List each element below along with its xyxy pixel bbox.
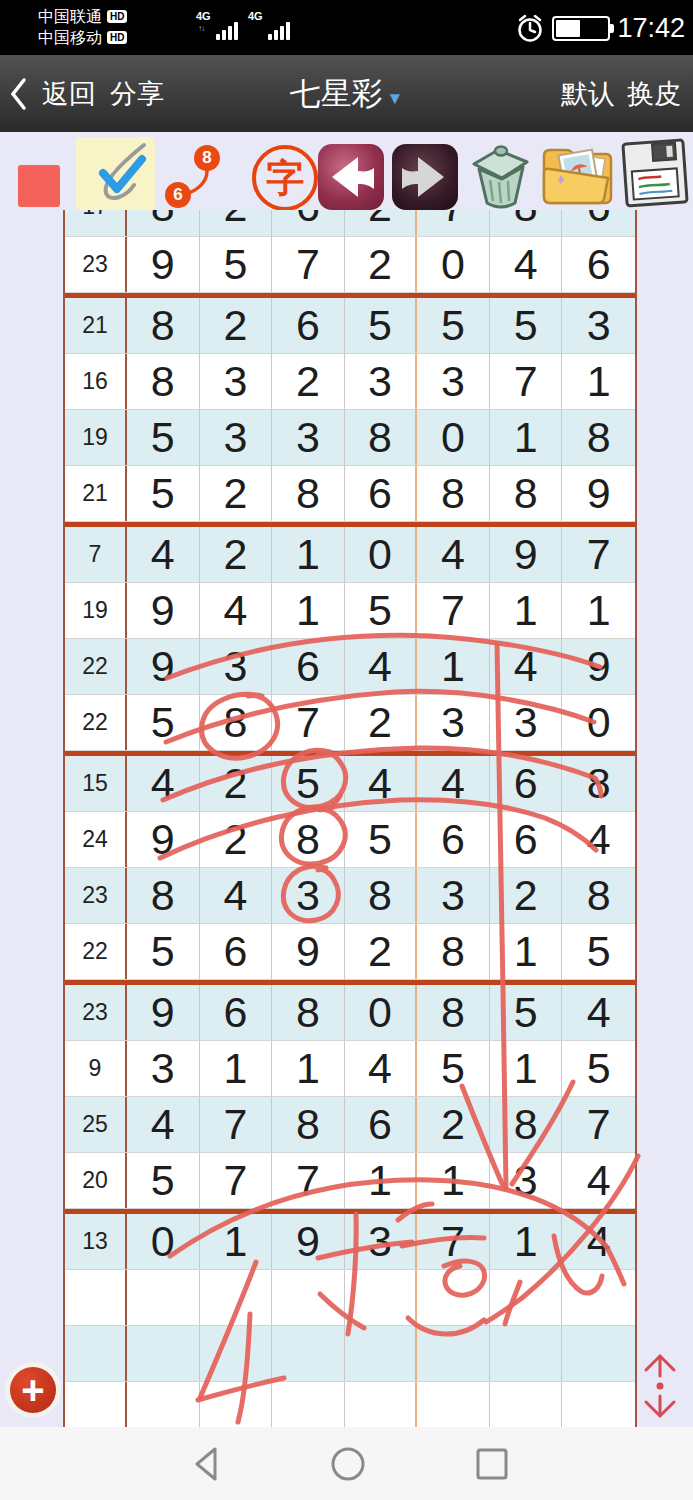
app-screen: 中国联通HD 中国移动HD 4G ↑↓ 4G 17:42 返回 xyxy=(0,0,693,1500)
digit-cell: 0 xyxy=(417,237,490,292)
trash-button[interactable] xyxy=(464,138,536,214)
nav-bar: 返回 分享 七星彩 ▼ 默认 换皮 xyxy=(0,55,693,132)
digit-cell: 4 xyxy=(562,1153,635,1208)
trend-row: 199415711 xyxy=(65,583,635,639)
data-arrows-icon: ↑↓ xyxy=(198,24,204,33)
digit-cell: 0 xyxy=(345,527,418,582)
digit-cell: 0 xyxy=(562,695,635,750)
digit-cell xyxy=(272,1326,345,1381)
digit-cell: 3 xyxy=(417,695,490,750)
arrow-left-icon xyxy=(318,144,384,210)
digit-cell: 5 xyxy=(272,756,345,811)
digit-cell: 1 xyxy=(272,583,345,638)
row-sum-cell: 23 xyxy=(65,868,127,923)
status-bar: 中国联通HD 中国移动HD 4G ↑↓ 4G 17:42 xyxy=(0,0,693,55)
row-sum-cell: 25 xyxy=(65,1097,127,1152)
digit-cell: 7 xyxy=(562,527,635,582)
digit-cell: 8 xyxy=(272,1097,345,1152)
digit-cell: 9 xyxy=(272,924,345,979)
digit-cell: 6 xyxy=(417,812,490,867)
trend-row: 238438328 xyxy=(65,868,635,924)
digit-cell: 5 xyxy=(562,924,635,979)
digit-cell: 7 xyxy=(272,1153,345,1208)
digit-cell: 9 xyxy=(127,985,200,1040)
digit-cell: 1 xyxy=(272,527,345,582)
digit-cell: 5 xyxy=(127,410,200,465)
digit-cell: 5 xyxy=(345,812,418,867)
skin-default-button[interactable]: 默认 xyxy=(561,76,615,112)
digit-cell: 5 xyxy=(127,466,200,521)
digit-cell: 8 xyxy=(127,298,200,353)
digit-cell: 2 xyxy=(200,756,273,811)
digit-cell: 2 xyxy=(200,210,273,236)
digit-cell: 9 xyxy=(562,466,635,521)
digit-cell: 8 xyxy=(272,466,345,521)
digit-cell: 0 xyxy=(345,985,418,1040)
digit-cell: 6 xyxy=(200,985,273,1040)
digit-cell: 8 xyxy=(490,210,563,236)
digit-cell xyxy=(272,1270,345,1325)
trend-row: 254786287 xyxy=(65,1097,635,1153)
digit-cell: 2 xyxy=(200,298,273,353)
digit-cell: 3 xyxy=(345,1214,418,1269)
digit-cell xyxy=(272,1382,345,1427)
row-sum-cell: 19 xyxy=(65,410,127,465)
battery-icon xyxy=(552,16,610,41)
badge-6: 6 xyxy=(165,182,191,208)
text-tool-glyph: 字 xyxy=(266,153,304,204)
digit-cell: 4 xyxy=(417,527,490,582)
digit-cell: 9 xyxy=(127,639,200,694)
arrow-right-icon xyxy=(392,144,458,210)
digit-cell: 8 xyxy=(345,410,418,465)
digit-cell: 5 xyxy=(345,298,418,353)
row-sum-cell: 23 xyxy=(65,985,127,1040)
row-sum-cell: 7 xyxy=(65,527,127,582)
digit-cell: 7 xyxy=(562,1097,635,1152)
digit-cell: 8 xyxy=(127,868,200,923)
trend-row: 239680854 xyxy=(65,985,635,1041)
digit-cell xyxy=(345,1270,418,1325)
android-recents-button[interactable] xyxy=(470,1442,514,1486)
digit-cell: 2 xyxy=(417,1097,490,1152)
alarm-clock-icon xyxy=(515,12,545,44)
badge-8: 8 xyxy=(194,145,220,171)
redo-button[interactable] xyxy=(392,144,458,210)
digit-cell: 9 xyxy=(127,812,200,867)
android-home-button[interactable] xyxy=(326,1442,370,1486)
digit-cell: 5 xyxy=(127,1153,200,1208)
digit-cell: 7 xyxy=(272,695,345,750)
digit-cell xyxy=(200,1326,273,1381)
digit-cell: 9 xyxy=(490,527,563,582)
row-sum-cell: 15 xyxy=(65,756,127,811)
trend-row: 229364149 xyxy=(65,639,635,695)
digit-cell: 1 xyxy=(417,639,490,694)
digit-cell: 5 xyxy=(345,583,418,638)
digit-cell: 4 xyxy=(127,527,200,582)
digit-cell xyxy=(490,1382,563,1427)
digit-cell: 2 xyxy=(490,868,563,923)
digit-cell: 7 xyxy=(200,1153,273,1208)
row-sum-cell: 22 xyxy=(65,924,127,979)
digit-cell: 6 xyxy=(562,210,635,236)
digit-cell: 5 xyxy=(127,695,200,750)
digit-cell: 1 xyxy=(562,354,635,409)
digit-cell: 5 xyxy=(200,237,273,292)
digit-cell: 4 xyxy=(345,639,418,694)
digit-cell: 4 xyxy=(417,756,490,811)
digit-cell xyxy=(345,1382,418,1427)
drawing-toolbar: 8 6 字 xyxy=(0,132,693,210)
row-sum-cell: 9 xyxy=(65,1041,127,1096)
digit-cell: 8 xyxy=(272,812,345,867)
clock-time: 17:42 xyxy=(617,13,685,44)
chevron-down-icon: ▼ xyxy=(387,89,404,109)
digit-cell: 4 xyxy=(490,237,563,292)
digit-cell: 1 xyxy=(490,410,563,465)
digit-cell: 6 xyxy=(345,466,418,521)
digit-cell: 4 xyxy=(562,1214,635,1269)
digit-cell: 7 xyxy=(200,1097,273,1152)
floppy-disk-icon xyxy=(616,137,692,210)
pen-check-tool-active[interactable] xyxy=(76,137,155,210)
digit-cell: 4 xyxy=(490,639,563,694)
digit-cell: 5 xyxy=(417,298,490,353)
digit-cell: 9 xyxy=(127,583,200,638)
digit-cell: 2 xyxy=(200,527,273,582)
digit-cell: 1 xyxy=(417,1153,490,1208)
row-sum-cell xyxy=(65,1382,127,1427)
page-title: 七星彩 xyxy=(290,73,383,115)
digit-cell: 5 xyxy=(490,985,563,1040)
digit-cell: 3 xyxy=(200,354,273,409)
digit-cell: 3 xyxy=(272,410,345,465)
hd-badge-icon: HD xyxy=(107,10,127,23)
digit-cell: 9 xyxy=(272,1214,345,1269)
digit-cell: 7 xyxy=(272,237,345,292)
digit-cell: 8 xyxy=(490,466,563,521)
carrier-info: 中国联通HD 中国移动HD xyxy=(38,6,127,48)
digit-cell xyxy=(127,1382,200,1427)
gallery-button[interactable] xyxy=(538,140,614,212)
android-back-button[interactable] xyxy=(186,1442,230,1486)
row-sum-cell: 21 xyxy=(65,298,127,353)
trend-row: 225692815 xyxy=(65,924,635,980)
digit-cell: 5 xyxy=(417,1041,490,1096)
photo-folder-icon xyxy=(538,140,614,208)
digit-cell: 3 xyxy=(490,695,563,750)
trend-row: 249285664 xyxy=(65,812,635,868)
trend-row: 93114515 xyxy=(65,1041,635,1097)
digit-cell: 3 xyxy=(200,639,273,694)
row-sum-cell: 19 xyxy=(65,583,127,638)
trend-row: 205771134 xyxy=(65,1153,635,1209)
digit-cell: 7 xyxy=(417,583,490,638)
digit-cell: 7 xyxy=(490,354,563,409)
row-sum-cell: 23 xyxy=(65,237,127,292)
text-tool-button[interactable]: 字 xyxy=(252,145,318,211)
digit-cell: 8 xyxy=(200,695,273,750)
digit-cell: 8 xyxy=(562,868,635,923)
row-sum-cell: 13 xyxy=(65,1214,127,1269)
row-sum-cell xyxy=(65,1270,127,1325)
digit-cell xyxy=(127,1270,200,1325)
digit-cell: 1 xyxy=(200,1214,273,1269)
digit-cell: 2 xyxy=(272,354,345,409)
digit-cell: 9 xyxy=(127,237,200,292)
line-tool-button[interactable]: 8 6 xyxy=(156,132,228,210)
trend-row xyxy=(65,1382,635,1427)
digit-cell: 4 xyxy=(562,985,635,1040)
digit-cell: 0 xyxy=(417,410,490,465)
digit-cell: 1 xyxy=(490,1041,563,1096)
digit-cell: 2 xyxy=(345,695,418,750)
trend-row: 239572046 xyxy=(65,237,635,293)
digit-cell: 6 xyxy=(490,756,563,811)
digit-cell: 7 xyxy=(417,210,490,236)
digit-cell: 2 xyxy=(345,210,418,236)
digit-cell: 1 xyxy=(200,1041,273,1096)
save-button[interactable] xyxy=(616,137,692,214)
digit-cell: 1 xyxy=(562,583,635,638)
digit-cell: 8 xyxy=(127,354,200,409)
digit-cell: 3 xyxy=(345,354,418,409)
trend-row: 74210497 xyxy=(65,527,635,583)
digit-cell xyxy=(562,1326,635,1381)
digit-cell xyxy=(562,1270,635,1325)
row-sum-cell: 24 xyxy=(65,812,127,867)
digit-cell: 6 xyxy=(272,298,345,353)
digit-cell: 2 xyxy=(200,812,273,867)
carrier-1: 中国联通 xyxy=(38,6,102,27)
row-sum-cell: 17 xyxy=(65,210,127,236)
digit-cell xyxy=(200,1382,273,1427)
trash-icon xyxy=(464,138,536,210)
trend-row xyxy=(65,1270,635,1326)
digit-cell: 6 xyxy=(562,237,635,292)
color-swatch-button[interactable] xyxy=(18,165,60,207)
scroll-arrows-icon xyxy=(640,1350,680,1424)
row-sum-cell: 22 xyxy=(65,695,127,750)
digit-cell: 8 xyxy=(127,210,200,236)
digit-cell: 3 xyxy=(417,868,490,923)
digit-cell xyxy=(490,1326,563,1381)
digit-cell: 3 xyxy=(417,354,490,409)
trend-row: 178262786 xyxy=(65,210,635,237)
digit-cell: 1 xyxy=(490,1214,563,1269)
trend-row: 218265553 xyxy=(65,298,635,354)
digit-cell: 6 xyxy=(200,924,273,979)
digit-cell: 6 xyxy=(272,210,345,236)
digit-cell xyxy=(417,1270,490,1325)
digit-cell xyxy=(127,1326,200,1381)
row-sum-cell: 20 xyxy=(65,1153,127,1208)
digit-cell: 3 xyxy=(562,298,635,353)
digit-cell: 3 xyxy=(490,1153,563,1208)
digit-cell: 2 xyxy=(345,237,418,292)
digit-cell: 5 xyxy=(127,924,200,979)
row-sum-cell xyxy=(65,1326,127,1381)
skin-change-button[interactable]: 换皮 xyxy=(627,76,681,112)
digit-cell: 8 xyxy=(417,924,490,979)
digit-cell: 2 xyxy=(200,466,273,521)
trend-row: 130193714 xyxy=(65,1214,635,1270)
digit-cell: 5 xyxy=(490,298,563,353)
digit-cell: 4 xyxy=(562,812,635,867)
trend-row: 225872330 xyxy=(65,695,635,751)
row-sum-cell: 21 xyxy=(65,466,127,521)
digit-cell: 1 xyxy=(490,583,563,638)
signal-icon: 4G xyxy=(248,10,292,42)
digit-cell: 1 xyxy=(490,924,563,979)
row-sum-cell: 22 xyxy=(65,639,127,694)
digit-cell: 4 xyxy=(127,756,200,811)
hd-badge-icon: HD xyxy=(107,31,127,44)
digit-cell: 7 xyxy=(417,1214,490,1269)
trend-row: 195338018 xyxy=(65,410,635,466)
digit-cell: 4 xyxy=(345,756,418,811)
trend-row: 168323371 xyxy=(65,354,635,410)
digit-cell: 8 xyxy=(272,985,345,1040)
digit-cell: 0 xyxy=(127,1214,200,1269)
digit-cell: 5 xyxy=(562,1041,635,1096)
digit-cell: 8 xyxy=(417,985,490,1040)
trend-row: 154254468 xyxy=(65,756,635,812)
digit-cell: 2 xyxy=(345,924,418,979)
digit-cell: 1 xyxy=(345,1153,418,1208)
digit-cell xyxy=(417,1326,490,1381)
digit-cell: 3 xyxy=(127,1041,200,1096)
digit-cell: 8 xyxy=(417,466,490,521)
digit-cell xyxy=(200,1270,273,1325)
row-sum-cell: 16 xyxy=(65,354,127,409)
trend-row xyxy=(65,1326,635,1382)
digit-cell xyxy=(417,1382,490,1427)
scroll-indicator[interactable] xyxy=(640,1350,680,1428)
digit-cell: 3 xyxy=(200,410,273,465)
digit-cell xyxy=(490,1270,563,1325)
digit-cell: 4 xyxy=(200,583,273,638)
digit-cell: 3 xyxy=(272,868,345,923)
digit-cell xyxy=(345,1326,418,1381)
trend-table[interactable]: 1782627862395720462182655531683233711953… xyxy=(63,210,637,1427)
digit-cell: 8 xyxy=(490,1097,563,1152)
digit-cell: 8 xyxy=(562,410,635,465)
pen-check-icon xyxy=(76,137,155,210)
digit-cell: 9 xyxy=(562,639,635,694)
trend-row: 215286889 xyxy=(65,466,635,522)
add-button[interactable]: + xyxy=(10,1367,56,1413)
digit-cell: 4 xyxy=(200,868,273,923)
digit-cell: 1 xyxy=(272,1041,345,1096)
signal-icon: 4G ↑↓ xyxy=(196,10,240,42)
digit-cell: 8 xyxy=(562,756,635,811)
digit-cell: 4 xyxy=(345,1041,418,1096)
digit-cell: 8 xyxy=(345,868,418,923)
carrier-2: 中国移动 xyxy=(38,27,102,48)
digit-cell: 6 xyxy=(490,812,563,867)
android-nav-bar xyxy=(0,1427,693,1500)
digit-cell: 6 xyxy=(345,1097,418,1152)
digit-cell: 6 xyxy=(272,639,345,694)
digit-cell xyxy=(562,1382,635,1427)
digit-cell: 4 xyxy=(127,1097,200,1152)
undo-button[interactable] xyxy=(318,144,384,210)
